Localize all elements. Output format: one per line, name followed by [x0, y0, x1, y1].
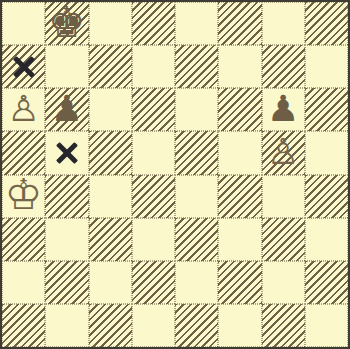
square-b6[interactable]: ♟ [45, 88, 88, 131]
square-f3[interactable] [218, 218, 261, 261]
square-b8[interactable]: ♚ [45, 2, 88, 45]
white-pawn: ♙ [7, 91, 39, 127]
square-c6[interactable] [89, 88, 132, 131]
chess-board: ♚♙♟♟♙♔ [2, 2, 348, 347]
square-d8[interactable] [132, 2, 175, 45]
square-b2[interactable] [45, 261, 88, 304]
square-h3[interactable] [305, 218, 348, 261]
square-h6[interactable] [305, 88, 348, 131]
square-d2[interactable] [132, 261, 175, 304]
square-f2[interactable] [218, 261, 261, 304]
square-a6[interactable]: ♙ [2, 88, 45, 131]
square-d3[interactable] [132, 218, 175, 261]
square-f5[interactable] [218, 131, 261, 174]
square-e6[interactable] [175, 88, 218, 131]
square-h2[interactable] [305, 261, 348, 304]
square-c1[interactable] [89, 304, 132, 347]
chess-diagram: ♚♙♟♟♙♔ [0, 0, 350, 349]
square-h7[interactable] [305, 45, 348, 88]
square-g1[interactable] [262, 304, 305, 347]
square-e3[interactable] [175, 218, 218, 261]
white-pawn: ♙ [267, 134, 299, 170]
square-f7[interactable] [218, 45, 261, 88]
square-f4[interactable] [218, 175, 261, 218]
square-f6[interactable] [218, 88, 261, 131]
square-b7[interactable] [45, 45, 88, 88]
x-mark-a7 [12, 55, 36, 79]
square-a4[interactable]: ♔ [2, 175, 45, 218]
square-e1[interactable] [175, 304, 218, 347]
square-b3[interactable] [45, 218, 88, 261]
square-g5[interactable]: ♙ [262, 131, 305, 174]
white-king: ♔ [5, 174, 43, 216]
square-a5[interactable] [2, 131, 45, 174]
square-c4[interactable] [89, 175, 132, 218]
square-g2[interactable] [262, 261, 305, 304]
square-e8[interactable] [175, 2, 218, 45]
square-e7[interactable] [175, 45, 218, 88]
square-b1[interactable] [45, 304, 88, 347]
square-b5[interactable] [45, 131, 88, 174]
square-d1[interactable] [132, 304, 175, 347]
square-b4[interactable] [45, 175, 88, 218]
square-f1[interactable] [218, 304, 261, 347]
square-c2[interactable] [89, 261, 132, 304]
square-c8[interactable] [89, 2, 132, 45]
square-c3[interactable] [89, 218, 132, 261]
square-h4[interactable] [305, 175, 348, 218]
square-e2[interactable] [175, 261, 218, 304]
square-a8[interactable] [2, 2, 45, 45]
square-g4[interactable] [262, 175, 305, 218]
x-mark-b5 [55, 141, 79, 165]
square-a2[interactable] [2, 261, 45, 304]
square-a3[interactable] [2, 218, 45, 261]
black-king: ♚ [48, 2, 86, 44]
black-pawn: ♟ [267, 91, 299, 127]
square-g6[interactable]: ♟ [262, 88, 305, 131]
square-d5[interactable] [132, 131, 175, 174]
square-d7[interactable] [132, 45, 175, 88]
square-c5[interactable] [89, 131, 132, 174]
square-e4[interactable] [175, 175, 218, 218]
square-g7[interactable] [262, 45, 305, 88]
square-f8[interactable] [218, 2, 261, 45]
square-e5[interactable] [175, 131, 218, 174]
square-h8[interactable] [305, 2, 348, 45]
black-pawn: ♟ [51, 91, 83, 127]
square-d6[interactable] [132, 88, 175, 131]
board-frame: ♚♙♟♟♙♔ [0, 0, 350, 349]
square-a7[interactable] [2, 45, 45, 88]
square-h5[interactable] [305, 131, 348, 174]
square-c7[interactable] [89, 45, 132, 88]
square-g3[interactable] [262, 218, 305, 261]
square-d4[interactable] [132, 175, 175, 218]
square-g8[interactable] [262, 2, 305, 45]
square-a1[interactable] [2, 304, 45, 347]
square-h1[interactable] [305, 304, 348, 347]
